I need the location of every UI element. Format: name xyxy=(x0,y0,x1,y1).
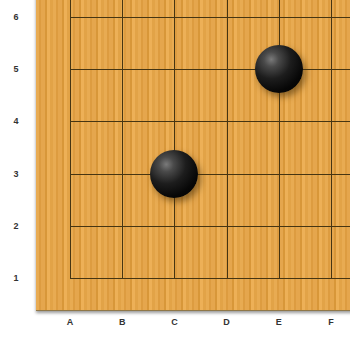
row-label-3: 3 xyxy=(9,168,23,180)
grid-line-row-2 xyxy=(70,226,350,227)
grid-line-col-E xyxy=(279,0,280,278)
column-label-e: E xyxy=(272,316,286,328)
column-label-f: F xyxy=(324,316,338,328)
row-label-4: 4 xyxy=(9,115,23,127)
grid-line-col-B xyxy=(122,0,123,278)
grid-line-col-F xyxy=(331,0,332,278)
row-label-6: 6 xyxy=(9,11,23,23)
grid-line-col-C xyxy=(174,0,175,278)
grid-line-row-3 xyxy=(70,174,350,175)
grid-line-col-D xyxy=(227,0,228,278)
column-label-d: D xyxy=(220,316,234,328)
grid-line-row-5 xyxy=(70,69,350,70)
grid-line-row-4 xyxy=(70,121,350,122)
grid-line-row-6 xyxy=(70,17,350,18)
go-board[interactable] xyxy=(36,0,350,311)
column-label-a: A xyxy=(63,316,77,328)
row-label-1: 1 xyxy=(9,272,23,284)
row-label-5: 5 xyxy=(9,63,23,75)
row-label-2: 2 xyxy=(9,220,23,232)
stone-black-e5[interactable] xyxy=(255,45,303,93)
go-app-view: 123456 ABCDEF xyxy=(0,0,350,351)
grid-line-row-1 xyxy=(70,278,350,279)
grid-line-col-A xyxy=(70,0,71,278)
column-label-b: B xyxy=(115,316,129,328)
column-label-c: C xyxy=(167,316,181,328)
stone-black-c3[interactable] xyxy=(150,150,198,198)
